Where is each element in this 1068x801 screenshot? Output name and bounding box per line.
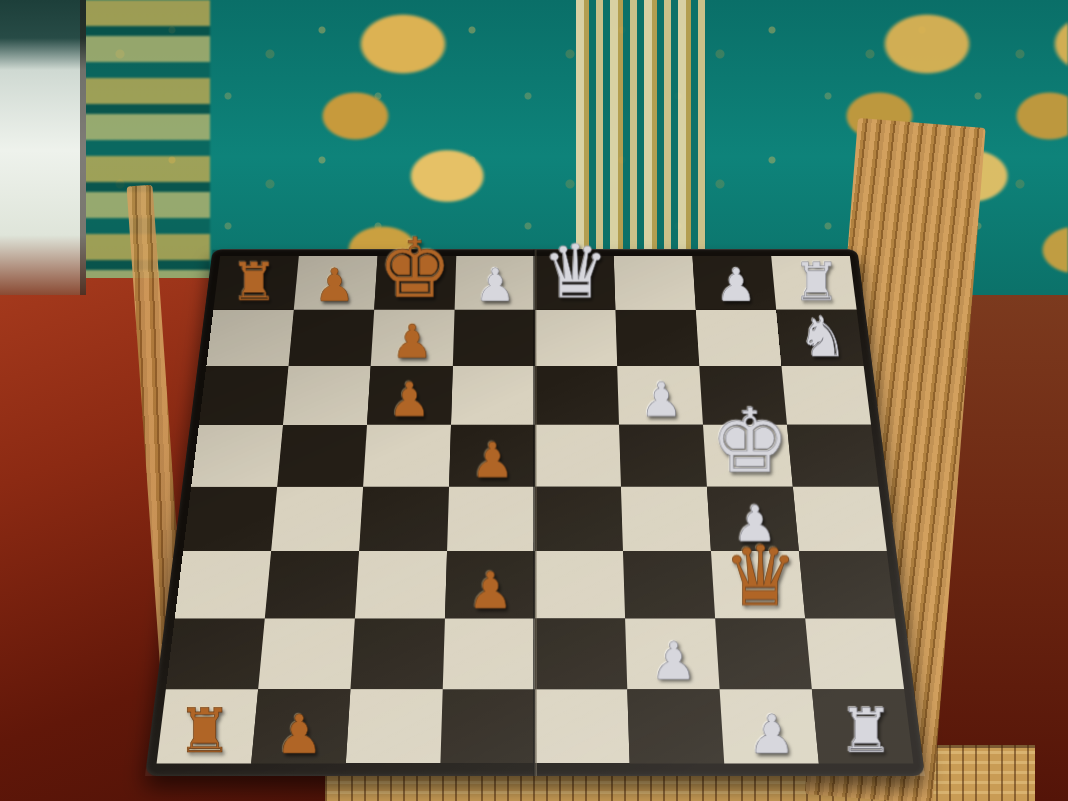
- square-c7: ♟: [371, 310, 455, 366]
- square-f6: ♟: [617, 366, 703, 425]
- square-a3: [175, 551, 271, 618]
- square-d2: [443, 618, 535, 689]
- square-g8: ♟: [692, 256, 776, 310]
- square-c8: ♚: [374, 256, 456, 310]
- piece-bronze-pawn-b1: ♟: [275, 709, 323, 760]
- square-g5: ♚: [703, 425, 793, 486]
- square-b5: [277, 425, 367, 486]
- square-a7: [206, 310, 293, 366]
- piece-silver-pawn-g8: ♟: [715, 264, 756, 307]
- square-f8: [614, 256, 696, 310]
- square-f2: ♟: [625, 618, 719, 689]
- square-d3: ♟: [445, 551, 535, 618]
- chessboard-scene: ♜♟♚♟♛♟♜♟♞♟♟♟♚♟♟♛♟♜♟♟♜: [140, 122, 930, 782]
- square-h6: [782, 366, 872, 425]
- square-b2: [258, 618, 355, 689]
- photo-scene: ♜♟♚♟♛♟♜♟♞♟♟♟♚♟♟♛♟♜♟♟♜: [0, 0, 1068, 801]
- square-a5: [191, 425, 283, 486]
- piece-bronze-rook-a1: ♜: [177, 702, 232, 761]
- piece-silver-rook-h8: ♜: [793, 258, 840, 308]
- square-e1: [535, 689, 630, 763]
- square-a6: [199, 366, 289, 425]
- square-b4: [271, 486, 363, 550]
- square-c3: [355, 551, 447, 618]
- square-c4: [359, 486, 449, 550]
- square-d6: [451, 366, 535, 425]
- square-e7: [535, 310, 617, 366]
- square-b1: ♟: [251, 689, 350, 763]
- square-d4: [447, 486, 535, 550]
- square-d5: ♟: [449, 425, 535, 486]
- square-e8: ♛: [535, 256, 615, 310]
- piece-silver-rook-h1: ♜: [838, 702, 893, 761]
- square-c6: ♟: [367, 366, 453, 425]
- piece-bronze-rook-a8: ♜: [230, 258, 277, 308]
- piece-silver-king-g5: ♚: [710, 400, 789, 484]
- square-e5: [535, 425, 621, 486]
- piece-bronze-pawn-d3: ♟: [467, 567, 513, 616]
- square-b8: ♟: [294, 256, 378, 310]
- square-g3: ♛: [711, 551, 805, 618]
- square-a1: ♜: [157, 689, 259, 763]
- piece-bronze-pawn-c6: ♟: [388, 377, 431, 422]
- square-f7: [615, 310, 699, 366]
- square-f4: [621, 486, 711, 550]
- piece-bronze-pawn-b8: ♟: [314, 264, 355, 307]
- piece-silver-pawn-f2: ♟: [650, 636, 697, 686]
- square-b3: [265, 551, 359, 618]
- square-e2: [535, 618, 627, 689]
- square-d1: [440, 689, 535, 763]
- square-e4: [535, 486, 623, 550]
- piece-bronze-pawn-c7: ♟: [391, 320, 433, 364]
- piece-silver-pawn-f6: ♟: [640, 377, 683, 422]
- piece-silver-pawn-g1: ♟: [747, 709, 795, 760]
- square-g2: [715, 618, 812, 689]
- piece-bronze-pawn-d5: ♟: [470, 438, 514, 484]
- square-d7: [453, 310, 535, 366]
- square-h1: ♜: [812, 689, 914, 763]
- chessboard: ♜♟♚♟♛♟♜♟♞♟♟♟♚♟♟♛♟♜♟♟♜: [145, 249, 925, 776]
- square-h5: [787, 425, 879, 486]
- square-f5: [619, 425, 707, 486]
- board-rim: ♜♟♚♟♛♟♜♟♞♟♟♟♚♟♟♛♟♜♟♟♜: [145, 249, 925, 776]
- piece-silver-pawn-d8: ♟: [474, 264, 515, 307]
- square-a8: ♜: [213, 256, 298, 310]
- square-h2: [805, 618, 904, 689]
- square-a4: [183, 486, 277, 550]
- square-h8: ♜: [771, 256, 856, 310]
- square-e3: [535, 551, 625, 618]
- square-g1: ♟: [720, 689, 819, 763]
- piece-silver-knight-h7: ♞: [798, 311, 848, 364]
- piece-bronze-king-c8: ♚: [377, 229, 451, 308]
- piece-silver-queen-e8: ♛: [542, 237, 609, 308]
- square-a2: [166, 618, 265, 689]
- window-frame: [0, 0, 86, 295]
- square-g7: [696, 310, 782, 366]
- square-h3: [799, 551, 895, 618]
- square-h4: [793, 486, 887, 550]
- piece-bronze-queen-g3: ♛: [723, 536, 798, 615]
- square-e6: [535, 366, 619, 425]
- square-f1: [627, 689, 724, 763]
- square-b6: [283, 366, 371, 425]
- square-c1: [346, 689, 443, 763]
- square-f3: [623, 551, 715, 618]
- square-c2: [350, 618, 444, 689]
- square-b7: [288, 310, 374, 366]
- square-h7: ♞: [776, 310, 863, 366]
- square-c5: [363, 425, 451, 486]
- square-d8: ♟: [455, 256, 535, 310]
